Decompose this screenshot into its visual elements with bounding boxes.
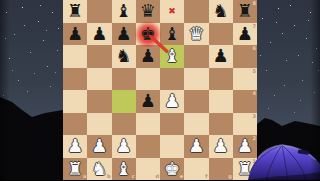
square-c5[interactable] [112,68,136,91]
white-pawn[interactable]: ♟ [160,90,184,113]
square-a3[interactable] [63,113,87,136]
square-g8[interactable]: ♞ [209,0,233,23]
square-b3[interactable] [87,113,111,136]
white-pawn[interactable]: ♟ [209,135,233,158]
square-c2[interactable]: ♟ [112,135,136,158]
black-pawn[interactable]: ♟ [63,23,87,46]
square-c4[interactable] [112,90,136,113]
square-f4[interactable] [184,90,208,113]
black-knight[interactable]: ♞ [112,45,136,68]
square-g6[interactable]: ♟ [209,45,233,68]
square-a5[interactable] [63,68,87,91]
square-d5[interactable] [136,68,160,91]
rank-label: 5 [253,69,256,74]
square-g4[interactable] [209,90,233,113]
square-c8[interactable]: ♝ [112,0,136,23]
square-f3[interactable] [184,113,208,136]
file-label: g [228,174,232,179]
square-g3[interactable] [209,113,233,136]
square-d8[interactable]: ♛ [136,0,160,23]
square-f5[interactable] [184,68,208,91]
black-pawn[interactable]: ♟ [136,45,160,68]
square-g7[interactable] [209,23,233,46]
square-b5[interactable] [87,68,111,91]
square-d4[interactable]: ♟ [136,90,160,113]
rank-label: 6 [253,46,256,51]
square-e4[interactable]: ♟ [160,90,184,113]
black-pawn[interactable]: ♟ [209,45,233,68]
x-marker-icon: ✖ [160,0,184,23]
square-e5[interactable] [160,68,184,91]
square-h5[interactable]: 5 [233,68,257,91]
square-a1[interactable]: ♜a [63,158,87,181]
square-b8[interactable] [87,0,111,23]
file-label: b [107,174,111,179]
white-queen[interactable]: ♛ [184,23,208,46]
black-queen[interactable]: ♛ [136,0,160,23]
square-e1[interactable]: ♚e [160,158,184,181]
square-a2[interactable]: ♟ [63,135,87,158]
square-h7[interactable]: ♟7 [233,23,257,46]
square-f1[interactable]: f [184,158,208,181]
square-e8[interactable]: ✖ [160,0,184,23]
file-label: d [155,174,159,179]
white-pawn[interactable]: ♟ [112,135,136,158]
scene: ♜♝♛✖♞♜8♟♟♟♚♝♛♟7♞♟♝♟65♟♟43♟♟♟♟♟♟2♜a♞b♝cd♚… [0,0,320,180]
square-h6[interactable]: 6 [233,45,257,68]
black-rook[interactable]: ♜ [63,0,87,23]
square-b2[interactable]: ♟ [87,135,111,158]
square-a6[interactable] [63,45,87,68]
square-h4[interactable]: 4 [233,90,257,113]
square-e7[interactable]: ♝ [160,23,184,46]
black-bishop[interactable]: ♝ [112,0,136,23]
square-a4[interactable] [63,90,87,113]
square-c6[interactable]: ♞ [112,45,136,68]
file-label: f [205,174,207,179]
black-pawn[interactable]: ♟ [112,23,136,46]
file-label: e [180,174,183,179]
black-pawn[interactable]: ♟ [136,90,160,113]
square-g1[interactable]: g [209,158,233,181]
rank-label: 3 [253,114,256,119]
square-a7[interactable]: ♟ [63,23,87,46]
square-b6[interactable] [87,45,111,68]
square-f2[interactable]: ♟ [184,135,208,158]
square-f7[interactable]: ♛ [184,23,208,46]
black-pawn[interactable]: ♟ [87,23,111,46]
black-bishop[interactable]: ♝ [160,23,184,46]
file-label: c [132,174,135,179]
black-king[interactable]: ♚ [136,23,160,46]
square-e2[interactable] [160,135,184,158]
square-f6[interactable] [184,45,208,68]
square-e6[interactable]: ♝ [160,45,184,68]
square-h8[interactable]: ♜8 [233,0,257,23]
square-b7[interactable]: ♟ [87,23,111,46]
square-a8[interactable]: ♜ [63,0,87,23]
purple-tent [248,138,320,180]
rank-label: 7 [253,24,256,29]
square-c1[interactable]: ♝c [112,158,136,181]
square-d6[interactable]: ♟ [136,45,160,68]
black-knight[interactable]: ♞ [209,0,233,23]
square-b1[interactable]: ♞b [87,158,111,181]
square-g2[interactable]: ♟ [209,135,233,158]
square-d3[interactable] [136,113,160,136]
chess-board: ♜♝♛✖♞♜8♟♟♟♚♝♛♟7♞♟♝♟65♟♟43♟♟♟♟♟♟2♜a♞b♝cd♚… [63,0,257,180]
square-d1[interactable]: d [136,158,160,181]
square-f8[interactable] [184,0,208,23]
rank-label: 4 [253,91,256,96]
rank-label: 8 [253,1,256,6]
white-bishop[interactable]: ♝ [160,45,184,68]
file-label: a [83,174,86,179]
square-e3[interactable] [160,113,184,136]
square-d7[interactable]: ♚ [136,23,160,46]
square-b4[interactable] [87,90,111,113]
white-pawn[interactable]: ♟ [63,135,87,158]
square-d2[interactable] [136,135,160,158]
white-pawn[interactable]: ♟ [87,135,111,158]
square-c7[interactable]: ♟ [112,23,136,46]
square-h3[interactable]: 3 [233,113,257,136]
square-g5[interactable] [209,68,233,91]
square-c3[interactable] [112,113,136,136]
white-pawn[interactable]: ♟ [184,135,208,158]
